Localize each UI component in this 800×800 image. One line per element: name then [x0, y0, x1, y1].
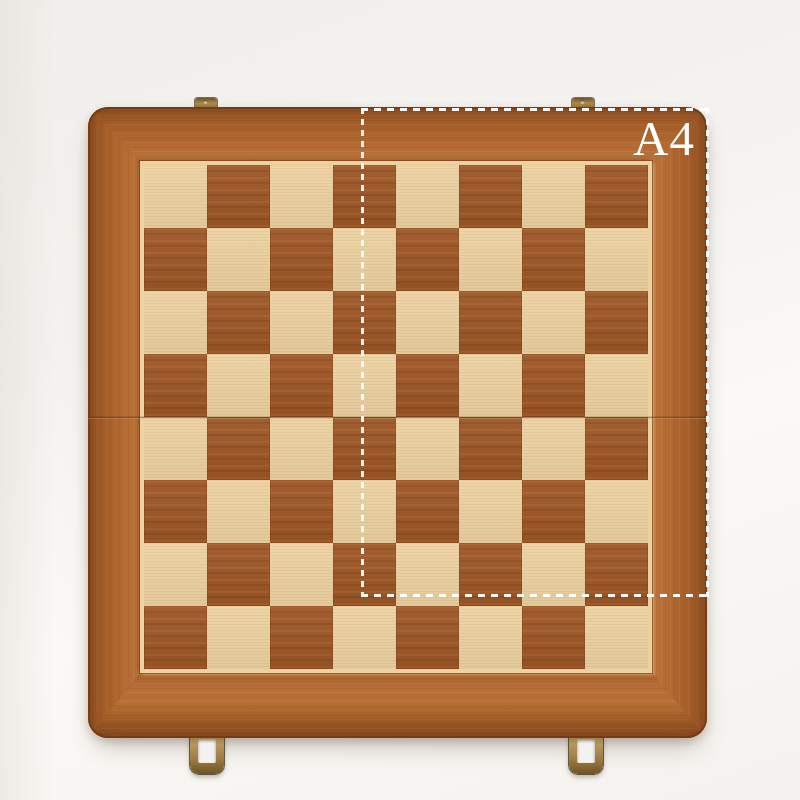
square-b7	[207, 228, 270, 291]
square-a8	[144, 165, 207, 228]
square-c8	[270, 165, 333, 228]
square-e1	[396, 606, 459, 669]
square-a3	[144, 480, 207, 543]
board-frame	[88, 107, 707, 738]
square-f5	[459, 354, 522, 417]
square-f6	[459, 291, 522, 354]
square-g2	[522, 543, 585, 606]
frame-rail-right	[652, 107, 707, 738]
square-g6	[522, 291, 585, 354]
frame-rail-left	[88, 107, 140, 738]
square-e8	[396, 165, 459, 228]
square-c3	[270, 480, 333, 543]
square-h7	[585, 228, 648, 291]
square-h5	[585, 354, 648, 417]
square-a6	[144, 291, 207, 354]
square-d3	[333, 480, 396, 543]
square-b1	[207, 606, 270, 669]
square-h1	[585, 606, 648, 669]
square-g3	[522, 480, 585, 543]
square-b5	[207, 354, 270, 417]
square-g8	[522, 165, 585, 228]
square-b3	[207, 480, 270, 543]
square-e7	[396, 228, 459, 291]
square-d7	[333, 228, 396, 291]
square-d1	[333, 606, 396, 669]
frame-rail-bottom	[88, 673, 707, 738]
square-f1	[459, 606, 522, 669]
square-b2	[207, 543, 270, 606]
square-a7	[144, 228, 207, 291]
square-h3	[585, 480, 648, 543]
a4-size-label: A4	[633, 113, 695, 164]
square-g4	[522, 417, 585, 480]
square-f4	[459, 417, 522, 480]
square-c1	[270, 606, 333, 669]
square-a2	[144, 543, 207, 606]
square-h6	[585, 291, 648, 354]
square-f2	[459, 543, 522, 606]
square-d4	[333, 417, 396, 480]
square-b6	[207, 291, 270, 354]
chess-box	[88, 107, 707, 738]
square-e2	[396, 543, 459, 606]
square-c7	[270, 228, 333, 291]
square-h8	[585, 165, 648, 228]
square-c4	[270, 417, 333, 480]
square-f3	[459, 480, 522, 543]
photo-background: A4	[0, 0, 800, 800]
square-c2	[270, 543, 333, 606]
square-c5	[270, 354, 333, 417]
square-a5	[144, 354, 207, 417]
square-d2	[333, 543, 396, 606]
square-e3	[396, 480, 459, 543]
square-a1	[144, 606, 207, 669]
square-f7	[459, 228, 522, 291]
square-c6	[270, 291, 333, 354]
square-h2	[585, 543, 648, 606]
square-b4	[207, 417, 270, 480]
square-e4	[396, 417, 459, 480]
frame-rail-top	[88, 107, 707, 161]
clasp-right-icon	[569, 732, 603, 774]
square-a4	[144, 417, 207, 480]
square-g5	[522, 354, 585, 417]
square-e6	[396, 291, 459, 354]
square-h4	[585, 417, 648, 480]
square-d5	[333, 354, 396, 417]
square-d6	[333, 291, 396, 354]
square-b8	[207, 165, 270, 228]
square-f8	[459, 165, 522, 228]
square-d8	[333, 165, 396, 228]
fold-seam	[88, 416, 707, 419]
clasp-left-icon	[190, 732, 224, 774]
square-g1	[522, 606, 585, 669]
square-g7	[522, 228, 585, 291]
square-e5	[396, 354, 459, 417]
